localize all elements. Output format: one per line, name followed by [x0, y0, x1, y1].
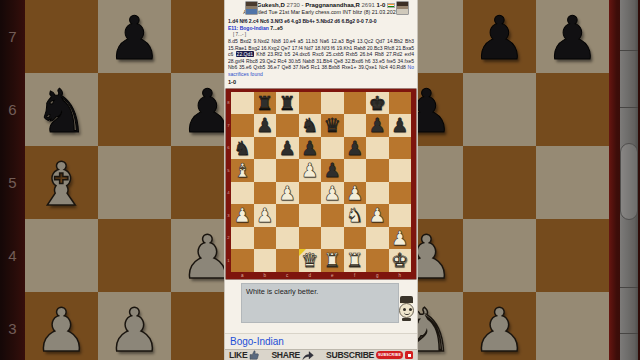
piece-white-pawn-f4: ♟	[344, 182, 367, 205]
square-b1[interactable]	[254, 249, 277, 272]
square-h8[interactable]	[389, 92, 412, 115]
square-b5[interactable]	[254, 159, 277, 182]
vs-separator: -	[301, 2, 303, 8]
like-label: LIKE	[229, 350, 247, 360]
square-e7[interactable]: ♛	[321, 114, 344, 137]
share-label: SHARE	[271, 350, 300, 360]
square-b6[interactable]	[254, 137, 277, 160]
square-c7[interactable]	[276, 114, 299, 137]
square-d4[interactable]	[299, 182, 322, 205]
square-a8[interactable]	[231, 92, 254, 115]
opening-name[interactable]: Bogo-Indian	[225, 333, 417, 349]
subscribe-button[interactable]: SUBSCRIBE SUBSCRIBE	[326, 350, 413, 360]
square-d8[interactable]	[299, 92, 322, 115]
square-h7[interactable]: ♟	[389, 114, 412, 137]
subscribe-pill-button[interactable]: SUBSCRIBE	[376, 351, 403, 359]
file-label-c: c	[276, 272, 299, 279]
chess-diagram: ♜♜♚♟♞♛♟♟♞♟♟♟♝♟♟♟♟♟♟♟♞♟♟♛♜♜♚ 87654321 abc…	[226, 89, 416, 279]
square-c3[interactable]	[276, 204, 299, 227]
square-h3[interactable]	[389, 204, 412, 227]
moves-after-current[interactable]: Kh8 23.Rf2 b5 24.dxc6 Rxc6 25.cxb5 Rxb5 …	[228, 51, 414, 70]
file-label-d: d	[299, 272, 322, 279]
piece-white-pawn-e4: ♟	[321, 182, 344, 205]
rank-label-7: 7	[226, 114, 231, 137]
piece-white-pawn-a3: ♟	[231, 204, 254, 227]
square-d7[interactable]: ♞	[299, 114, 322, 137]
novelty-move[interactable]: 7...e5	[270, 25, 283, 31]
square-b4[interactable]	[254, 182, 277, 205]
like-button[interactable]: LIKE	[229, 350, 259, 360]
black-player-name: Praggnanandhaa,R	[305, 2, 360, 8]
white-player-name: Gukesh,D	[257, 2, 285, 8]
diagram-file-labels: abcdefgh	[231, 272, 411, 279]
square-e3[interactable]	[321, 204, 344, 227]
square-f4[interactable]: ♟	[344, 182, 367, 205]
piece-black-pawn-e5: ♟	[321, 159, 344, 182]
india-flag-icon	[387, 3, 395, 8]
square-c6[interactable]: ♟	[276, 137, 299, 160]
square-g8[interactable]: ♚	[366, 92, 389, 115]
piece-white-rook-f1: ♜	[344, 249, 367, 272]
square-a1[interactable]	[231, 249, 254, 272]
square-h5[interactable]	[389, 159, 412, 182]
piece-black-pawn-h7: ♟	[389, 114, 412, 137]
piece-black-knight-d7: ♞	[299, 114, 322, 137]
piece-white-king-h1: ♚	[389, 249, 412, 272]
share-button[interactable]: SHARE	[271, 350, 314, 360]
square-e8[interactable]	[321, 92, 344, 115]
square-d2[interactable]	[299, 227, 322, 250]
piece-white-pawn-d5: ♟	[299, 159, 322, 182]
comment-area: White is clearly better.	[225, 279, 417, 333]
piece-white-bishop-a5: ♝	[231, 159, 254, 182]
square-a5[interactable]: ♝	[231, 159, 254, 182]
rank-label-6: 6	[226, 137, 231, 160]
file-label-a: a	[231, 272, 254, 279]
actions-bar: LIKE SHARE SUBSCRIBE SUBSCRIBE	[225, 349, 417, 360]
square-f7[interactable]	[344, 114, 367, 137]
mainline-moves[interactable]: 1.d4 Nf6 2.c4 Nc6 3.Nf3 e6 4.g3 Bb4+ 5.N…	[228, 18, 414, 25]
square-d6[interactable]: ♟	[299, 137, 322, 160]
square-b7[interactable]: ♟	[254, 114, 277, 137]
square-d1[interactable]: ♛	[299, 249, 322, 272]
square-c5[interactable]	[276, 159, 299, 182]
rank-label-5: 5	[226, 159, 231, 182]
square-f8[interactable]	[344, 92, 367, 115]
rank-label-2: 2	[226, 227, 231, 250]
diagram-rank-labels: 87654321	[226, 92, 231, 272]
square-h1[interactable]: ♚	[389, 249, 412, 272]
analysis-window: Gukesh,D 2730 - Praggnanandhaa,R 2691 1-…	[224, 0, 418, 360]
result-line: 1-0	[228, 78, 414, 86]
youtube-icon[interactable]	[405, 351, 413, 359]
rank-label-1: 1	[226, 249, 231, 272]
square-e2[interactable]	[321, 227, 344, 250]
piece-white-pawn-g3: ♟	[366, 204, 389, 227]
mascot-eyes	[403, 308, 406, 311]
square-d3[interactable]	[299, 204, 322, 227]
square-c1[interactable]	[276, 249, 299, 272]
square-b8[interactable]: ♜	[254, 92, 277, 115]
game-result: 1-0	[377, 2, 386, 8]
piece-white-pawn-c4: ♟	[276, 182, 299, 205]
piece-white-rook-e1: ♜	[321, 249, 344, 272]
analysis-moves[interactable]: 8.d5 Bxd2 9.Nxd2 Nb8 10.e4 a5 11.b3 Na6 …	[228, 38, 414, 78]
piece-black-pawn-b7: ♟	[254, 114, 277, 137]
piece-white-knight-f3: ♞	[344, 204, 367, 227]
square-c2[interactable]	[276, 227, 299, 250]
square-f5[interactable]	[344, 159, 367, 182]
square-f3[interactable]: ♞	[344, 204, 367, 227]
eco-code[interactable]: E11: Bogo-Indian	[228, 25, 269, 31]
piece-black-king-g8: ♚	[366, 92, 389, 115]
square-f1[interactable]: ♜	[344, 249, 367, 272]
square-g7[interactable]: ♟	[366, 114, 389, 137]
square-a6[interactable]: ♞	[231, 137, 254, 160]
chess-king-mascot-icon	[398, 296, 415, 324]
subscribe-label: SUBSCRIBE	[326, 350, 374, 360]
mascot-base	[402, 318, 411, 321]
white-player-photo	[245, 1, 258, 15]
square-g5[interactable]	[366, 159, 389, 182]
file-label-b: b	[254, 272, 277, 279]
notation-panel: 1.d4 Nf6 2.c4 Nc6 3.Nf3 e6 4.g3 Bb4+ 5.N…	[225, 17, 417, 86]
square-g3[interactable]: ♟	[366, 204, 389, 227]
black-player-photo	[396, 1, 409, 15]
game-header: Gukesh,D 2730 - Praggnanandhaa,R 2691 1-…	[225, 0, 417, 17]
square-e1[interactable]: ♜	[321, 249, 344, 272]
square-c8[interactable]: ♜	[276, 92, 299, 115]
current-move[interactable]: 22.Qd1	[236, 51, 254, 57]
rank-label-8: 8	[226, 92, 231, 115]
square-g1[interactable]	[366, 249, 389, 272]
piece-black-queen-e7: ♛	[321, 114, 344, 137]
square-e6[interactable]	[321, 137, 344, 160]
mascot-mouth	[404, 312, 410, 315]
square-g4[interactable]	[366, 182, 389, 205]
square-e4[interactable]: ♟	[321, 182, 344, 205]
square-h4[interactable]	[389, 182, 412, 205]
square-b3[interactable]: ♟	[254, 204, 277, 227]
square-a4[interactable]	[231, 182, 254, 205]
share-arrow-icon	[302, 351, 314, 360]
square-d5[interactable]: ♟	[299, 159, 322, 182]
file-label-e: e	[321, 272, 344, 279]
square-f2[interactable]	[344, 227, 367, 250]
comment-box[interactable]: White is clearly better.	[241, 283, 399, 323]
white-player-elo: 2730	[286, 2, 299, 8]
square-h2[interactable]: ♟	[389, 227, 412, 250]
square-h6[interactable]	[389, 137, 412, 160]
square-c4[interactable]: ♟	[276, 182, 299, 205]
piece-black-rook-b8: ♜	[254, 92, 277, 115]
piece-black-rook-c8: ♜	[276, 92, 299, 115]
piece-black-pawn-g7: ♟	[366, 114, 389, 137]
file-label-g: g	[366, 272, 389, 279]
rank-label-4: 4	[226, 182, 231, 205]
square-f6[interactable]: ♟	[344, 137, 367, 160]
piece-white-queen-d1: ♛	[299, 249, 322, 272]
diagram-board: ♜♜♚♟♞♛♟♟♞♟♟♟♝♟♟♟♟♟♟♟♞♟♟♛♜♜♚	[231, 92, 411, 272]
eco-line: E11: Bogo-Indian 7...e5	[228, 25, 414, 32]
piece-white-pawn-b3: ♟	[254, 204, 277, 227]
square-b2[interactable]	[254, 227, 277, 250]
piece-white-pawn-h2: ♟	[389, 227, 412, 250]
square-g2[interactable]	[366, 227, 389, 250]
file-label-f: f	[344, 272, 367, 279]
file-label-h: h	[389, 272, 412, 279]
piece-black-pawn-f6: ♟	[344, 137, 367, 160]
rank-label-3: 3	[226, 204, 231, 227]
black-player-elo: 2691	[362, 2, 375, 8]
square-a3[interactable]: ♟	[231, 204, 254, 227]
square-a7[interactable]	[231, 114, 254, 137]
piece-black-pawn-c6: ♟	[276, 137, 299, 160]
square-g6[interactable]	[366, 137, 389, 160]
piece-black-knight-a6: ♞	[231, 137, 254, 160]
mascot-face	[399, 303, 414, 318]
piece-black-pawn-d6: ♟	[299, 137, 322, 160]
square-e5[interactable]: ♟	[321, 159, 344, 182]
square-a2[interactable]	[231, 227, 254, 250]
thumbs-up-icon	[249, 350, 259, 360]
